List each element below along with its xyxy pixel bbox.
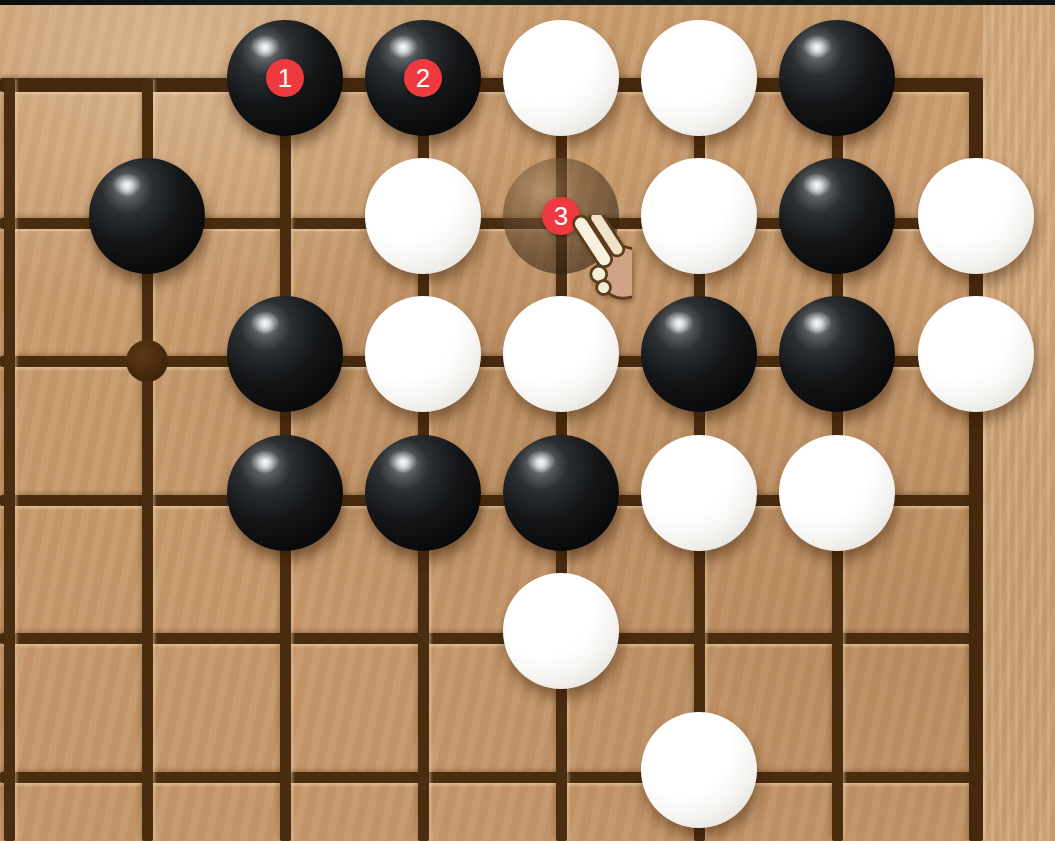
black-stone: 1 [227,20,343,136]
go-board[interactable]: 123 [0,0,1055,841]
white-stone [503,20,619,136]
move-number-marker: 1 [266,59,304,97]
star-point [126,340,168,382]
go-app-screen: 123 [0,0,1055,841]
white-stone [918,158,1034,274]
white-stone [503,573,619,689]
white-stone [918,296,1034,412]
black-stone [779,158,895,274]
white-stone [365,158,481,274]
white-stone [365,296,481,412]
black-stone: 2 [365,20,481,136]
grid-vertical-line [4,78,15,841]
tap-hand-cursor [550,215,632,317]
white-stone [641,712,757,828]
move-number-marker: 2 [404,59,442,97]
window-top-edge [0,0,1055,5]
black-stone [779,20,895,136]
black-stone [227,435,343,551]
black-stone [89,158,205,274]
white-stone [641,158,757,274]
black-stone [227,296,343,412]
black-stone [641,296,757,412]
black-stone [503,435,619,551]
black-stone [779,296,895,412]
white-stone [779,435,895,551]
white-stone [641,20,757,136]
white-stone [641,435,757,551]
black-stone [365,435,481,551]
